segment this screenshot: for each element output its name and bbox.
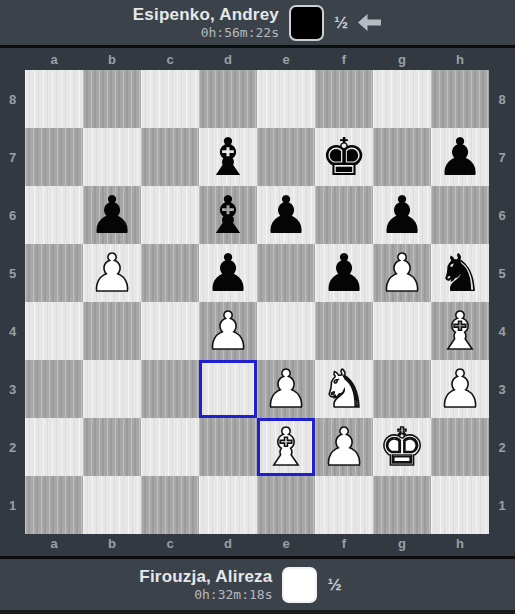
square-g1[interactable] bbox=[373, 476, 431, 534]
square-d2[interactable] bbox=[199, 418, 257, 476]
square-b8[interactable] bbox=[83, 70, 141, 128]
square-g7[interactable] bbox=[373, 128, 431, 186]
square-e8[interactable] bbox=[257, 70, 315, 128]
square-a3[interactable] bbox=[25, 360, 83, 418]
square-d4[interactable]: ♟ bbox=[199, 302, 257, 360]
black-pawn-h7[interactable]: ♟ bbox=[437, 128, 484, 186]
file-label-f: f bbox=[315, 536, 373, 551]
top-player-bar: Esipenko, Andrey 0h:56m:22s ½ bbox=[0, 0, 515, 48]
white-king-g2[interactable]: ♚ bbox=[379, 418, 426, 476]
file-label-a: a bbox=[25, 536, 83, 551]
square-a5[interactable] bbox=[25, 244, 83, 302]
square-b7[interactable] bbox=[83, 128, 141, 186]
file-label-c: c bbox=[141, 52, 199, 67]
square-g3[interactable] bbox=[373, 360, 431, 418]
file-label-e: e bbox=[257, 52, 315, 67]
white-pawn-b5[interactable]: ♟ bbox=[89, 244, 136, 302]
top-player-name: Esipenko, Andrey bbox=[133, 5, 279, 25]
rank-label-1: 1 bbox=[0, 476, 25, 534]
square-a7[interactable] bbox=[25, 128, 83, 186]
square-e2[interactable]: ♝ bbox=[257, 418, 315, 476]
file-label-h: h bbox=[431, 536, 489, 551]
rank-label-6: 6 bbox=[0, 186, 25, 244]
square-a1[interactable] bbox=[25, 476, 83, 534]
file-label-e: e bbox=[257, 536, 315, 551]
board: ♝♚♟♟♝♟♟♟♟♟♟♞♟♝♟♞♟♝♟♚ bbox=[25, 70, 489, 534]
file-label-b: b bbox=[83, 52, 141, 67]
files-row-top: abcdefgh bbox=[0, 48, 515, 70]
square-c8[interactable] bbox=[141, 70, 199, 128]
square-f6[interactable] bbox=[315, 186, 373, 244]
white-pawn-e3[interactable]: ♟ bbox=[263, 360, 310, 418]
white-bishop-e2[interactable]: ♝ bbox=[263, 418, 310, 476]
black-pawn-g6[interactable]: ♟ bbox=[379, 186, 426, 244]
bottom-player-name: Firouzja, Alireza bbox=[139, 567, 272, 587]
square-h7[interactable]: ♟ bbox=[431, 128, 489, 186]
top-player-clock: 0h:56m:22s bbox=[201, 25, 279, 40]
ranks-col-left: 87654321 bbox=[0, 70, 25, 534]
file-label-g: g bbox=[373, 52, 431, 67]
square-g5[interactable]: ♟ bbox=[373, 244, 431, 302]
file-label-c: c bbox=[141, 536, 199, 551]
file-label-d: d bbox=[199, 536, 257, 551]
square-f8[interactable] bbox=[315, 70, 373, 128]
square-f3[interactable]: ♞ bbox=[315, 360, 373, 418]
square-e6[interactable]: ♟ bbox=[257, 186, 315, 244]
bottom-player-clock: 0h:32m:18s bbox=[194, 587, 272, 602]
square-f7[interactable]: ♚ bbox=[315, 128, 373, 186]
square-f1[interactable] bbox=[315, 476, 373, 534]
square-f5[interactable]: ♟ bbox=[315, 244, 373, 302]
square-e4[interactable] bbox=[257, 302, 315, 360]
white-pawn-f2[interactable]: ♟ bbox=[321, 418, 368, 476]
square-d1[interactable] bbox=[199, 476, 257, 534]
square-d7[interactable]: ♝ bbox=[199, 128, 257, 186]
square-a4[interactable] bbox=[25, 302, 83, 360]
rank-label-5: 5 bbox=[0, 244, 25, 302]
square-h8[interactable] bbox=[431, 70, 489, 128]
white-pawn-d4[interactable]: ♟ bbox=[205, 302, 252, 360]
black-bishop-d6[interactable]: ♝ bbox=[205, 186, 252, 244]
rank-label-7: 7 bbox=[0, 128, 25, 186]
white-bishop-h4[interactable]: ♝ bbox=[437, 302, 484, 360]
rank-label-6: 6 bbox=[489, 186, 515, 244]
rank-label-1: 1 bbox=[489, 476, 515, 534]
square-e7[interactable] bbox=[257, 128, 315, 186]
to-move-arrow-icon bbox=[358, 14, 382, 31]
white-pawn-h3[interactable]: ♟ bbox=[437, 360, 484, 418]
square-c6[interactable] bbox=[141, 186, 199, 244]
white-knight-f3[interactable]: ♞ bbox=[321, 360, 368, 418]
square-a2[interactable] bbox=[25, 418, 83, 476]
bottom-result-text: ½ bbox=[327, 575, 341, 595]
rank-label-8: 8 bbox=[0, 70, 25, 128]
square-h5[interactable]: ♞ bbox=[431, 244, 489, 302]
black-pawn-d5[interactable]: ♟ bbox=[205, 244, 252, 302]
square-c3[interactable] bbox=[141, 360, 199, 418]
file-label-b: b bbox=[83, 536, 141, 551]
top-result-text: ½ bbox=[334, 13, 348, 33]
rank-label-2: 2 bbox=[0, 418, 25, 476]
square-f2[interactable]: ♟ bbox=[315, 418, 373, 476]
file-label-d: d bbox=[199, 52, 257, 67]
square-e5[interactable] bbox=[257, 244, 315, 302]
square-d8[interactable] bbox=[199, 70, 257, 128]
square-c4[interactable] bbox=[141, 302, 199, 360]
square-d6[interactable]: ♝ bbox=[199, 186, 257, 244]
rank-label-8: 8 bbox=[489, 70, 515, 128]
file-label-a: a bbox=[25, 52, 83, 67]
square-h4[interactable]: ♝ bbox=[431, 302, 489, 360]
square-g4[interactable] bbox=[373, 302, 431, 360]
black-bishop-d7[interactable]: ♝ bbox=[205, 128, 252, 186]
square-h6[interactable] bbox=[431, 186, 489, 244]
rank-label-4: 4 bbox=[0, 302, 25, 360]
square-g8[interactable] bbox=[373, 70, 431, 128]
square-c7[interactable] bbox=[141, 128, 199, 186]
square-b3[interactable] bbox=[83, 360, 141, 418]
rank-label-3: 3 bbox=[489, 360, 515, 418]
square-b5[interactable]: ♟ bbox=[83, 244, 141, 302]
square-a8[interactable] bbox=[25, 70, 83, 128]
square-g2[interactable]: ♚ bbox=[373, 418, 431, 476]
rank-label-7: 7 bbox=[489, 128, 515, 186]
square-h3[interactable]: ♟ bbox=[431, 360, 489, 418]
black-pawn-f5[interactable]: ♟ bbox=[321, 244, 368, 302]
rank-label-5: 5 bbox=[489, 244, 515, 302]
black-pawn-b6[interactable]: ♟ bbox=[89, 186, 136, 244]
square-e3[interactable]: ♟ bbox=[257, 360, 315, 418]
square-b1[interactable] bbox=[83, 476, 141, 534]
square-c5[interactable] bbox=[141, 244, 199, 302]
black-knight-h5[interactable]: ♞ bbox=[437, 244, 484, 302]
square-c2[interactable] bbox=[141, 418, 199, 476]
white-color-swatch bbox=[282, 567, 317, 603]
black-king-f7[interactable]: ♚ bbox=[321, 128, 368, 186]
rank-label-3: 3 bbox=[0, 360, 25, 418]
black-pawn-e6[interactable]: ♟ bbox=[263, 186, 310, 244]
top-player-block: Esipenko, Andrey 0h:56m:22s bbox=[133, 5, 279, 40]
bottom-player-bar: Firouzja, Alireza 0h:32m:18s ½ bbox=[0, 556, 515, 614]
file-label-h: h bbox=[431, 52, 489, 67]
file-label-g: g bbox=[373, 536, 431, 551]
square-d3[interactable] bbox=[199, 360, 257, 418]
files-row-bottom: abcdefgh bbox=[0, 534, 515, 553]
square-h2[interactable] bbox=[431, 418, 489, 476]
square-b4[interactable] bbox=[83, 302, 141, 360]
rank-label-2: 2 bbox=[489, 418, 515, 476]
square-b6[interactable]: ♟ bbox=[83, 186, 141, 244]
ranks-col-right: 87654321 bbox=[489, 70, 515, 534]
square-c1[interactable] bbox=[141, 476, 199, 534]
black-color-swatch bbox=[289, 5, 324, 41]
square-e1[interactable] bbox=[257, 476, 315, 534]
chess-app: Esipenko, Andrey 0h:56m:22s ½ abcdefgh 8… bbox=[0, 0, 515, 614]
white-pawn-g5[interactable]: ♟ bbox=[379, 244, 426, 302]
board-frame: abcdefgh 87654321 ♝♚♟♟♝♟♟♟♟♟♟♞♟♝♟♞♟♝♟♚ 8… bbox=[0, 48, 515, 556]
bottom-player-block: Firouzja, Alireza 0h:32m:18s bbox=[139, 567, 272, 602]
rank-label-4: 4 bbox=[489, 302, 515, 360]
square-h1[interactable] bbox=[431, 476, 489, 534]
square-b2[interactable] bbox=[83, 418, 141, 476]
board-middle: 87654321 ♝♚♟♟♝♟♟♟♟♟♟♞♟♝♟♞♟♝♟♚ 87654321 bbox=[0, 70, 515, 534]
square-f4[interactable] bbox=[315, 302, 373, 360]
file-label-f: f bbox=[315, 52, 373, 67]
square-g6[interactable]: ♟ bbox=[373, 186, 431, 244]
square-d5[interactable]: ♟ bbox=[199, 244, 257, 302]
square-a6[interactable] bbox=[25, 186, 83, 244]
